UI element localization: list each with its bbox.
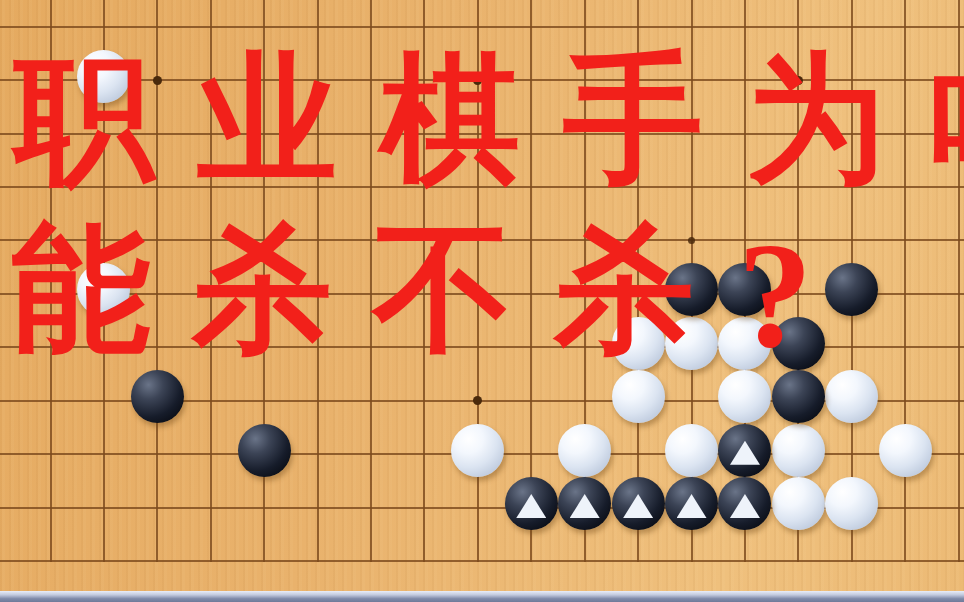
stone-white-M3[interactable] [558, 424, 611, 477]
title-char: 能 [8, 220, 154, 360]
stone-black-O2[interactable] [665, 477, 718, 530]
title-char: 杀 [551, 220, 697, 360]
stone-white-S3[interactable] [879, 424, 932, 477]
title-char: 手 [559, 50, 707, 190]
triangle-mark [730, 494, 760, 518]
stone-black-F3[interactable] [238, 424, 291, 477]
title-char: 不 [370, 220, 516, 360]
title-char: 棋 [376, 50, 524, 190]
triangle-mark [730, 441, 760, 465]
stone-black-P3[interactable] [718, 424, 771, 477]
title-line-1: 职 业 棋 手 为 啥 [10, 50, 964, 190]
stone-black-P2[interactable] [718, 477, 771, 530]
triangle-mark [570, 494, 600, 518]
triangle-mark [623, 494, 653, 518]
star-point [473, 396, 482, 405]
stone-black-R6[interactable] [825, 263, 878, 316]
stone-black-Q4[interactable] [772, 370, 825, 423]
stone-white-Q2[interactable] [772, 477, 825, 530]
title-char: 为 [742, 50, 890, 190]
stone-white-N4[interactable] [612, 370, 665, 423]
title-char: 业 [193, 50, 341, 190]
grid-line [0, 26, 964, 28]
stone-white-R4[interactable] [825, 370, 878, 423]
title-line-2: 能 杀 不 杀 ? [8, 220, 818, 370]
title-char: 啥 [925, 50, 964, 190]
stone-black-M2[interactable] [558, 477, 611, 530]
stone-black-L2[interactable] [505, 477, 558, 530]
stone-black-N2[interactable] [612, 477, 665, 530]
stone-white-P4[interactable] [718, 370, 771, 423]
triangle-mark [677, 494, 707, 518]
stone-white-K3[interactable] [451, 424, 504, 477]
question-mark: ? [732, 220, 818, 370]
title-char: 职 [10, 50, 158, 190]
go-board-screenshot: 职 业 棋 手 为 啥 能 杀 不 杀 ? [0, 0, 964, 602]
triangle-mark [516, 494, 546, 518]
table-edge [0, 591, 964, 602]
stone-white-R2[interactable] [825, 477, 878, 530]
stone-white-O3[interactable] [665, 424, 718, 477]
grid-line [0, 560, 964, 562]
stone-white-Q3[interactable] [772, 424, 825, 477]
stone-black-D4[interactable] [131, 370, 184, 423]
title-char: 杀 [189, 220, 335, 360]
